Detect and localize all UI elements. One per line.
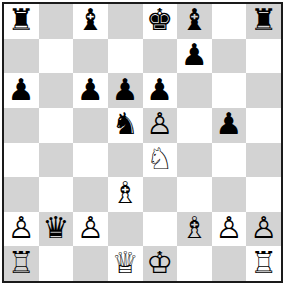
square-f5[interactable]: [177, 108, 212, 143]
square-d3[interactable]: ♗: [108, 177, 143, 212]
square-b2[interactable]: ♛: [39, 212, 74, 247]
square-g5[interactable]: ♟: [212, 108, 247, 143]
square-e1[interactable]: ♔: [143, 246, 178, 281]
square-h2[interactable]: ♙: [246, 212, 281, 247]
square-a3[interactable]: [4, 177, 39, 212]
square-c1[interactable]: [73, 246, 108, 281]
white-king-piece[interactable]: ♔: [146, 248, 173, 278]
square-h3[interactable]: [246, 177, 281, 212]
square-g7[interactable]: [212, 39, 247, 74]
square-a6[interactable]: ♟: [4, 73, 39, 108]
square-b3[interactable]: [39, 177, 74, 212]
square-a7[interactable]: [4, 39, 39, 74]
square-b5[interactable]: [39, 108, 74, 143]
square-d4[interactable]: [108, 143, 143, 178]
square-a5[interactable]: [4, 108, 39, 143]
square-b1[interactable]: [39, 246, 74, 281]
chessboard-outer-margin: ♜♝♚♝♜♟♟♟♟♟♞♙♟♘♗♙♛♙♗♙♙♖♕♔♖: [0, 0, 285, 285]
square-e4[interactable]: ♘: [143, 143, 178, 178]
square-e5[interactable]: ♙: [143, 108, 178, 143]
square-a4[interactable]: [4, 143, 39, 178]
square-g4[interactable]: [212, 143, 247, 178]
white-knight-piece[interactable]: ♘: [146, 144, 173, 174]
square-e3[interactable]: [143, 177, 178, 212]
square-f7[interactable]: ♟: [177, 39, 212, 74]
square-h5[interactable]: [246, 108, 281, 143]
black-rook-piece[interactable]: ♜: [250, 5, 277, 35]
square-f6[interactable]: [177, 73, 212, 108]
black-knight-piece[interactable]: ♞: [112, 109, 139, 139]
square-b8[interactable]: [39, 4, 74, 39]
white-pawn-piece[interactable]: ♙: [77, 213, 104, 243]
chessboard: ♜♝♚♝♜♟♟♟♟♟♞♙♟♘♗♙♛♙♗♙♙♖♕♔♖: [4, 4, 281, 281]
black-bishop-piece[interactable]: ♝: [77, 5, 104, 35]
white-queen-piece[interactable]: ♕: [112, 248, 139, 278]
square-c7[interactable]: [73, 39, 108, 74]
square-b4[interactable]: [39, 143, 74, 178]
square-c4[interactable]: [73, 143, 108, 178]
square-c3[interactable]: [73, 177, 108, 212]
square-f8[interactable]: ♝: [177, 4, 212, 39]
square-e6[interactable]: ♟: [143, 73, 178, 108]
black-queen-piece[interactable]: ♛: [42, 213, 69, 243]
black-pawn-piece[interactable]: ♟: [181, 40, 208, 70]
square-h6[interactable]: [246, 73, 281, 108]
square-d5[interactable]: ♞: [108, 108, 143, 143]
square-d8[interactable]: [108, 4, 143, 39]
square-c8[interactable]: ♝: [73, 4, 108, 39]
square-a1[interactable]: ♖: [4, 246, 39, 281]
black-pawn-piece[interactable]: ♟: [112, 75, 139, 105]
black-pawn-piece[interactable]: ♟: [216, 109, 243, 139]
square-c6[interactable]: ♟: [73, 73, 108, 108]
square-c2[interactable]: ♙: [73, 212, 108, 247]
square-e2[interactable]: [143, 212, 178, 247]
square-g6[interactable]: [212, 73, 247, 108]
square-f4[interactable]: [177, 143, 212, 178]
white-bishop-piece[interactable]: ♗: [112, 178, 139, 208]
white-pawn-piece[interactable]: ♙: [146, 109, 173, 139]
square-a8[interactable]: ♜: [4, 4, 39, 39]
black-pawn-piece[interactable]: ♟: [146, 75, 173, 105]
black-king-piece[interactable]: ♚: [146, 5, 173, 35]
white-bishop-piece[interactable]: ♗: [181, 213, 208, 243]
square-f2[interactable]: ♗: [177, 212, 212, 247]
square-d6[interactable]: ♟: [108, 73, 143, 108]
square-d7[interactable]: [108, 39, 143, 74]
square-e7[interactable]: [143, 39, 178, 74]
white-rook-piece[interactable]: ♖: [8, 248, 35, 278]
square-g3[interactable]: [212, 177, 247, 212]
black-bishop-piece[interactable]: ♝: [181, 5, 208, 35]
square-d1[interactable]: ♕: [108, 246, 143, 281]
black-pawn-piece[interactable]: ♟: [8, 75, 35, 105]
white-pawn-piece[interactable]: ♙: [250, 213, 277, 243]
square-g8[interactable]: [212, 4, 247, 39]
square-c5[interactable]: [73, 108, 108, 143]
square-b6[interactable]: [39, 73, 74, 108]
white-pawn-piece[interactable]: ♙: [8, 213, 35, 243]
white-rook-piece[interactable]: ♖: [250, 248, 277, 278]
square-h4[interactable]: [246, 143, 281, 178]
chessboard-frame: ♜♝♚♝♜♟♟♟♟♟♞♙♟♘♗♙♛♙♗♙♙♖♕♔♖: [2, 2, 283, 283]
square-g2[interactable]: ♙: [212, 212, 247, 247]
white-pawn-piece[interactable]: ♙: [216, 213, 243, 243]
square-b7[interactable]: [39, 39, 74, 74]
black-pawn-piece[interactable]: ♟: [77, 75, 104, 105]
square-a2[interactable]: ♙: [4, 212, 39, 247]
square-f1[interactable]: [177, 246, 212, 281]
square-f3[interactable]: [177, 177, 212, 212]
square-h8[interactable]: ♜: [246, 4, 281, 39]
square-h7[interactable]: [246, 39, 281, 74]
square-g1[interactable]: [212, 246, 247, 281]
black-rook-piece[interactable]: ♜: [8, 5, 35, 35]
square-h1[interactable]: ♖: [246, 246, 281, 281]
square-e8[interactable]: ♚: [143, 4, 178, 39]
square-d2[interactable]: [108, 212, 143, 247]
